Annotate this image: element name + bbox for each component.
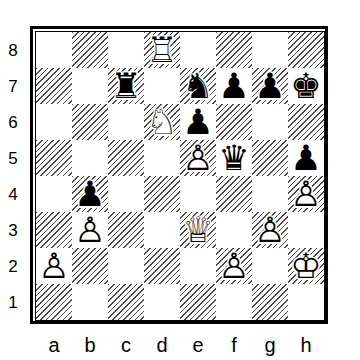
square-h4[interactable]: ♟♙ — [288, 176, 324, 212]
square-c4[interactable] — [108, 176, 144, 212]
rank-label-6: 6 — [0, 105, 26, 141]
black-queen[interactable]: ♛♛ — [216, 140, 252, 176]
square-h5[interactable]: ♟♟ — [288, 140, 324, 176]
square-f8[interactable] — [216, 32, 252, 68]
square-d1[interactable] — [144, 284, 180, 320]
square-a3[interactable] — [36, 212, 72, 248]
square-c7[interactable]: ♜♜ — [108, 68, 144, 104]
square-d8[interactable]: ♜♖ — [144, 32, 180, 68]
square-d3[interactable] — [144, 212, 180, 248]
piece-glyph: ♟ — [288, 140, 324, 176]
square-c6[interactable] — [108, 104, 144, 140]
square-c5[interactable] — [108, 140, 144, 176]
square-g8[interactable] — [252, 32, 288, 68]
square-e2[interactable] — [180, 248, 216, 284]
file-label-c: c — [108, 333, 144, 358]
black-pawn[interactable]: ♟♟ — [72, 176, 108, 212]
piece-glyph: ♙ — [252, 212, 288, 248]
piece-glyph: ♔ — [288, 248, 324, 284]
piece-glyph: ♟ — [216, 68, 252, 104]
rank-label-7: 7 — [0, 69, 26, 105]
file-label-h: h — [288, 333, 324, 358]
square-f5[interactable]: ♛♛ — [216, 140, 252, 176]
board-grid: ♜♖♜♜♞♞♟♟♟♟♚♚♞♘♟♟♟♙♛♛♟♟♟♟♟♙♟♙♛♕♟♙♟♙♟♙♚♔ — [36, 32, 324, 320]
black-pawn[interactable]: ♟♟ — [288, 140, 324, 176]
piece-glyph: ♙ — [36, 248, 72, 284]
black-pawn[interactable]: ♟♟ — [180, 104, 216, 140]
piece-glyph: ♕ — [180, 212, 216, 248]
square-b8[interactable] — [72, 32, 108, 68]
rank-label-1: 1 — [0, 285, 26, 321]
square-h1[interactable] — [288, 284, 324, 320]
square-f3[interactable] — [216, 212, 252, 248]
square-b3[interactable]: ♟♙ — [72, 212, 108, 248]
file-label-a: a — [36, 333, 72, 358]
square-f4[interactable] — [216, 176, 252, 212]
board-frame: ♜♖♜♜♞♞♟♟♟♟♚♚♞♘♟♟♟♙♛♛♟♟♟♟♟♙♟♙♛♕♟♙♟♙♟♙♚♔ — [30, 26, 328, 324]
black-king[interactable]: ♚♚ — [288, 68, 324, 104]
square-c3[interactable] — [108, 212, 144, 248]
square-h8[interactable] — [288, 32, 324, 68]
white-rook[interactable]: ♜♖ — [144, 32, 180, 68]
square-f2[interactable]: ♟♙ — [216, 248, 252, 284]
square-g6[interactable] — [252, 104, 288, 140]
piece-glyph: ♟ — [180, 104, 216, 140]
square-c8[interactable] — [108, 32, 144, 68]
square-e1[interactable] — [180, 284, 216, 320]
square-d2[interactable] — [144, 248, 180, 284]
file-label-d: d — [144, 333, 180, 358]
square-a5[interactable] — [36, 140, 72, 176]
white-pawn[interactable]: ♟♙ — [288, 176, 324, 212]
square-e7[interactable]: ♞♞ — [180, 68, 216, 104]
white-pawn[interactable]: ♟♙ — [36, 248, 72, 284]
black-rook[interactable]: ♜♜ — [108, 68, 144, 104]
square-e8[interactable] — [180, 32, 216, 68]
square-a7[interactable] — [36, 68, 72, 104]
square-d5[interactable] — [144, 140, 180, 176]
white-king[interactable]: ♚♔ — [288, 248, 324, 284]
square-d7[interactable] — [144, 68, 180, 104]
square-e6[interactable]: ♟♟ — [180, 104, 216, 140]
rank-labels: 87654321 — [0, 33, 26, 321]
square-d6[interactable]: ♞♘ — [144, 104, 180, 140]
file-label-g: g — [252, 333, 288, 358]
white-pawn[interactable]: ♟♙ — [180, 140, 216, 176]
square-h6[interactable] — [288, 104, 324, 140]
chess-diagram: 87654321 ♜♖♜♜♞♞♟♟♟♟♚♚♞♘♟♟♟♙♛♛♟♟♟♟♟♙♟♙♛♕♟… — [0, 0, 360, 360]
white-knight[interactable]: ♞♘ — [144, 104, 180, 140]
square-g5[interactable] — [252, 140, 288, 176]
piece-glyph: ♙ — [180, 140, 216, 176]
square-e3[interactable]: ♛♕ — [180, 212, 216, 248]
board-inner-frame: ♜♖♜♜♞♞♟♟♟♟♚♚♞♘♟♟♟♙♛♛♟♟♟♟♟♙♟♙♛♕♟♙♟♙♟♙♚♔ — [35, 31, 325, 321]
rank-label-2: 2 — [0, 249, 26, 285]
square-b7[interactable] — [72, 68, 108, 104]
square-b1[interactable] — [72, 284, 108, 320]
piece-glyph: ♙ — [288, 176, 324, 212]
file-label-f: f — [216, 333, 252, 358]
square-e4[interactable] — [180, 176, 216, 212]
square-b2[interactable] — [72, 248, 108, 284]
square-a6[interactable] — [36, 104, 72, 140]
file-label-b: b — [72, 333, 108, 358]
rank-label-8: 8 — [0, 33, 26, 69]
square-b6[interactable] — [72, 104, 108, 140]
piece-glyph: ♜ — [108, 68, 144, 104]
piece-glyph: ♞ — [180, 68, 216, 104]
square-a2[interactable]: ♟♙ — [36, 248, 72, 284]
white-pawn[interactable]: ♟♙ — [216, 248, 252, 284]
square-e5[interactable]: ♟♙ — [180, 140, 216, 176]
square-g1[interactable] — [252, 284, 288, 320]
white-pawn[interactable]: ♟♙ — [252, 212, 288, 248]
rank-label-4: 4 — [0, 177, 26, 213]
file-label-e: e — [180, 333, 216, 358]
piece-glyph: ♘ — [144, 104, 180, 140]
square-a8[interactable] — [36, 32, 72, 68]
square-h3[interactable] — [288, 212, 324, 248]
square-g2[interactable] — [252, 248, 288, 284]
black-knight[interactable]: ♞♞ — [180, 68, 216, 104]
piece-glyph: ♙ — [72, 212, 108, 248]
square-c2[interactable] — [108, 248, 144, 284]
square-a1[interactable] — [36, 284, 72, 320]
piece-glyph: ♟ — [72, 176, 108, 212]
square-g4[interactable] — [252, 176, 288, 212]
piece-glyph: ♛ — [216, 140, 252, 176]
piece-glyph: ♚ — [288, 68, 324, 104]
square-h2[interactable]: ♚♔ — [288, 248, 324, 284]
rank-label-5: 5 — [0, 141, 26, 177]
square-g3[interactable]: ♟♙ — [252, 212, 288, 248]
rank-label-3: 3 — [0, 213, 26, 249]
black-pawn[interactable]: ♟♟ — [252, 68, 288, 104]
square-g7[interactable]: ♟♟ — [252, 68, 288, 104]
square-b5[interactable] — [72, 140, 108, 176]
square-f7[interactable]: ♟♟ — [216, 68, 252, 104]
file-labels: abcdefgh — [36, 333, 324, 358]
piece-glyph: ♟ — [252, 68, 288, 104]
piece-glyph: ♙ — [216, 248, 252, 284]
white-queen[interactable]: ♛♕ — [180, 212, 216, 248]
square-b4[interactable]: ♟♟ — [72, 176, 108, 212]
square-d4[interactable] — [144, 176, 180, 212]
square-h7[interactable]: ♚♚ — [288, 68, 324, 104]
square-a4[interactable] — [36, 176, 72, 212]
piece-glyph: ♖ — [144, 32, 180, 68]
square-f1[interactable] — [216, 284, 252, 320]
square-c1[interactable] — [108, 284, 144, 320]
white-pawn[interactable]: ♟♙ — [72, 212, 108, 248]
black-pawn[interactable]: ♟♟ — [216, 68, 252, 104]
square-f6[interactable] — [216, 104, 252, 140]
